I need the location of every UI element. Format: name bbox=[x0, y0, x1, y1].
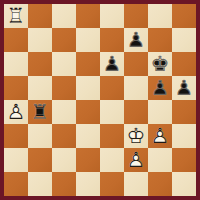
black-pawn-on-e6[interactable]: ♟♙ bbox=[100, 52, 124, 76]
square-h8[interactable] bbox=[172, 4, 196, 28]
black-pawn-on-g5[interactable]: ♟♙ bbox=[148, 76, 172, 100]
square-h7[interactable] bbox=[172, 28, 196, 52]
white-pawn-on-a4[interactable]: ♟♙ bbox=[4, 100, 28, 124]
white-rook-outline: ♖ bbox=[4, 4, 28, 28]
square-b5[interactable] bbox=[28, 76, 52, 100]
square-d2[interactable] bbox=[76, 148, 100, 172]
black-king-on-g6[interactable]: ♚♔ bbox=[148, 52, 172, 76]
square-a7[interactable] bbox=[4, 28, 28, 52]
white-pawn-outline: ♙ bbox=[124, 148, 148, 172]
square-d6[interactable] bbox=[76, 52, 100, 76]
black-pawn-fill: ♟ bbox=[148, 76, 172, 100]
square-b6[interactable] bbox=[28, 52, 52, 76]
board-grid: ♜♖♟♙♟♙♚♔♟♙♟♙♟♙♜♖♚♔♟♙♟♙ bbox=[4, 4, 196, 196]
square-g3[interactable]: ♟♙ bbox=[148, 124, 172, 148]
square-c3[interactable] bbox=[52, 124, 76, 148]
white-king-fill: ♚ bbox=[124, 124, 148, 148]
square-a3[interactable] bbox=[4, 124, 28, 148]
square-g2[interactable] bbox=[148, 148, 172, 172]
square-b3[interactable] bbox=[28, 124, 52, 148]
black-king-fill: ♚ bbox=[148, 52, 172, 76]
square-a2[interactable] bbox=[4, 148, 28, 172]
square-g5[interactable]: ♟♙ bbox=[148, 76, 172, 100]
white-king-outline: ♔ bbox=[124, 124, 148, 148]
white-pawn-fill: ♟ bbox=[148, 124, 172, 148]
square-d1[interactable] bbox=[76, 172, 100, 196]
square-f3[interactable]: ♚♔ bbox=[124, 124, 148, 148]
white-king-on-f3[interactable]: ♚♔ bbox=[124, 124, 148, 148]
square-e8[interactable] bbox=[100, 4, 124, 28]
square-c8[interactable] bbox=[52, 4, 76, 28]
white-pawn-outline: ♙ bbox=[4, 100, 28, 124]
black-pawn-on-f7[interactable]: ♟♙ bbox=[124, 28, 148, 52]
square-b8[interactable] bbox=[28, 4, 52, 28]
square-h6[interactable] bbox=[172, 52, 196, 76]
black-pawn-outline: ♙ bbox=[124, 28, 148, 52]
white-pawn-outline: ♙ bbox=[148, 124, 172, 148]
black-pawn-on-h5[interactable]: ♟♙ bbox=[172, 76, 196, 100]
black-pawn-outline: ♙ bbox=[148, 76, 172, 100]
black-pawn-outline: ♙ bbox=[100, 52, 124, 76]
square-e2[interactable] bbox=[100, 148, 124, 172]
square-d5[interactable] bbox=[76, 76, 100, 100]
square-h1[interactable] bbox=[172, 172, 196, 196]
square-f2[interactable]: ♟♙ bbox=[124, 148, 148, 172]
square-g1[interactable] bbox=[148, 172, 172, 196]
square-d4[interactable] bbox=[76, 100, 100, 124]
square-e4[interactable] bbox=[100, 100, 124, 124]
black-king-outline: ♔ bbox=[148, 52, 172, 76]
white-pawn-on-f2[interactable]: ♟♙ bbox=[124, 148, 148, 172]
white-pawn-fill: ♟ bbox=[4, 100, 28, 124]
square-e1[interactable] bbox=[100, 172, 124, 196]
square-c1[interactable] bbox=[52, 172, 76, 196]
black-pawn-fill: ♟ bbox=[172, 76, 196, 100]
black-rook-on-b4[interactable]: ♜♖ bbox=[28, 100, 52, 124]
square-a5[interactable] bbox=[4, 76, 28, 100]
black-pawn-fill: ♟ bbox=[100, 52, 124, 76]
square-g7[interactable] bbox=[148, 28, 172, 52]
white-rook-fill: ♜ bbox=[4, 4, 28, 28]
square-h5[interactable]: ♟♙ bbox=[172, 76, 196, 100]
square-f8[interactable] bbox=[124, 4, 148, 28]
square-a6[interactable] bbox=[4, 52, 28, 76]
square-b2[interactable] bbox=[28, 148, 52, 172]
square-d7[interactable] bbox=[76, 28, 100, 52]
square-b7[interactable] bbox=[28, 28, 52, 52]
white-rook-on-a8[interactable]: ♜♖ bbox=[4, 4, 28, 28]
square-b4[interactable]: ♜♖ bbox=[28, 100, 52, 124]
square-f6[interactable] bbox=[124, 52, 148, 76]
square-g6[interactable]: ♚♔ bbox=[148, 52, 172, 76]
square-a8[interactable]: ♜♖ bbox=[4, 4, 28, 28]
square-a4[interactable]: ♟♙ bbox=[4, 100, 28, 124]
square-d3[interactable] bbox=[76, 124, 100, 148]
chess-board: ♜♖♟♙♟♙♚♔♟♙♟♙♟♙♜♖♚♔♟♙♟♙ bbox=[0, 0, 200, 200]
white-pawn-fill: ♟ bbox=[124, 148, 148, 172]
square-h2[interactable] bbox=[172, 148, 196, 172]
square-c5[interactable] bbox=[52, 76, 76, 100]
square-c6[interactable] bbox=[52, 52, 76, 76]
square-e7[interactable] bbox=[100, 28, 124, 52]
square-g4[interactable] bbox=[148, 100, 172, 124]
black-rook-fill: ♜ bbox=[28, 100, 52, 124]
square-f1[interactable] bbox=[124, 172, 148, 196]
black-rook-outline: ♖ bbox=[28, 100, 52, 124]
square-f5[interactable] bbox=[124, 76, 148, 100]
black-pawn-fill: ♟ bbox=[124, 28, 148, 52]
square-e6[interactable]: ♟♙ bbox=[100, 52, 124, 76]
square-h3[interactable] bbox=[172, 124, 196, 148]
square-h4[interactable] bbox=[172, 100, 196, 124]
square-b1[interactable] bbox=[28, 172, 52, 196]
square-e3[interactable] bbox=[100, 124, 124, 148]
square-f7[interactable]: ♟♙ bbox=[124, 28, 148, 52]
square-c7[interactable] bbox=[52, 28, 76, 52]
square-g8[interactable] bbox=[148, 4, 172, 28]
square-c4[interactable] bbox=[52, 100, 76, 124]
black-pawn-outline: ♙ bbox=[172, 76, 196, 100]
square-c2[interactable] bbox=[52, 148, 76, 172]
square-f4[interactable] bbox=[124, 100, 148, 124]
white-pawn-on-g3[interactable]: ♟♙ bbox=[148, 124, 172, 148]
square-a1[interactable] bbox=[4, 172, 28, 196]
square-e5[interactable] bbox=[100, 76, 124, 100]
square-d8[interactable] bbox=[76, 4, 100, 28]
